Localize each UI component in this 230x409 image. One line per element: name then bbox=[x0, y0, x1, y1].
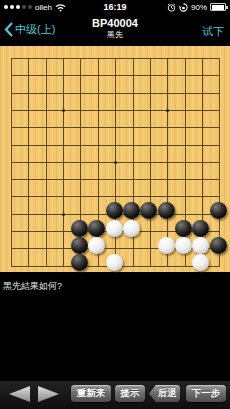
app-screen: olleh 16:19 bbox=[0, 0, 230, 409]
nav-bar: 中级(上) BP40004 黑先 试下 bbox=[0, 14, 230, 46]
star-point bbox=[166, 109, 169, 112]
black-stone bbox=[71, 254, 88, 271]
black-stone bbox=[158, 202, 175, 219]
black-stone bbox=[106, 202, 123, 219]
grid-line bbox=[11, 179, 220, 180]
black-stone bbox=[71, 220, 88, 237]
black-stone bbox=[192, 220, 209, 237]
black-stone bbox=[123, 202, 140, 219]
wifi-icon bbox=[55, 3, 66, 12]
next-move-button[interactable] bbox=[38, 386, 59, 402]
back-label: 中级(上) bbox=[15, 22, 55, 37]
go-board[interactable] bbox=[0, 46, 230, 272]
star-point bbox=[114, 161, 117, 164]
star-point bbox=[62, 213, 65, 216]
grid-line bbox=[167, 58, 168, 267]
white-stone bbox=[175, 237, 192, 254]
black-stone bbox=[88, 220, 105, 237]
black-stone bbox=[71, 237, 88, 254]
back-button[interactable]: 中级(上) bbox=[4, 22, 55, 37]
status-bar: olleh 16:19 bbox=[0, 0, 230, 14]
status-time: 16:19 bbox=[103, 2, 126, 12]
white-stone bbox=[158, 237, 175, 254]
hint-button[interactable]: 提示 bbox=[115, 385, 145, 402]
bottom-toolbar: 重新来 提示 后退 下一步 bbox=[0, 380, 230, 409]
undo-button[interactable]: 后退 bbox=[149, 385, 180, 402]
alarm-icon bbox=[167, 3, 176, 12]
try-button[interactable]: 试下 bbox=[202, 24, 224, 39]
carrier-label: olleh bbox=[35, 3, 52, 12]
battery-percent: 90% bbox=[191, 3, 207, 12]
next-step-button[interactable]: 下一步 bbox=[186, 385, 226, 402]
battery-icon bbox=[210, 3, 226, 11]
grid-line bbox=[11, 196, 220, 197]
problem-message: 黑先結果如何? bbox=[3, 280, 227, 293]
white-stone bbox=[106, 254, 123, 271]
black-stone bbox=[210, 202, 227, 219]
white-stone bbox=[192, 254, 209, 271]
back-chevron-icon bbox=[4, 22, 13, 37]
grid-line bbox=[219, 58, 220, 267]
black-stone bbox=[210, 237, 227, 254]
white-stone bbox=[192, 237, 209, 254]
signal-dots-icon bbox=[4, 5, 32, 9]
white-stone bbox=[88, 237, 105, 254]
star-point bbox=[62, 109, 65, 112]
grid-line bbox=[150, 58, 151, 267]
black-stone bbox=[175, 220, 192, 237]
black-stone bbox=[140, 202, 157, 219]
prev-move-button[interactable] bbox=[9, 386, 30, 402]
white-stone bbox=[123, 220, 140, 237]
white-stone bbox=[106, 220, 123, 237]
rotation-lock-icon bbox=[179, 3, 188, 12]
restart-button[interactable]: 重新来 bbox=[71, 385, 111, 402]
